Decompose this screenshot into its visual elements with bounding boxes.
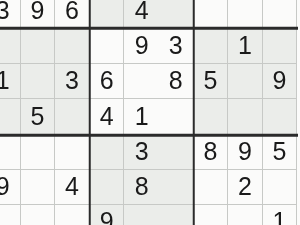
cell-r8c3[interactable]: 4 (55, 170, 90, 205)
cell-r8c6[interactable] (159, 170, 194, 205)
cell-r8c5[interactable]: 8 (124, 170, 159, 205)
cell-r9c4[interactable]: 9 (90, 205, 125, 225)
cell-r4c5[interactable]: 9 (124, 28, 159, 64)
cell-r9c7[interactable] (194, 205, 229, 225)
cell-r5c2[interactable] (21, 64, 56, 100)
cell-r8c4[interactable] (90, 170, 125, 205)
cell-r3c1[interactable]: 3 (0, 0, 21, 28)
cell-r6c1[interactable] (0, 99, 21, 135)
cell-r9c9[interactable]: 1 (263, 205, 298, 225)
cell-r5c1[interactable]: 1 (0, 64, 21, 100)
cell-r8c1[interactable]: 9 (0, 170, 21, 205)
cell-r4c9[interactable] (263, 28, 298, 64)
cell-r6c5[interactable]: 1 (124, 99, 159, 135)
cell-r3c3[interactable]: 6 (55, 0, 90, 28)
cell-r6c4[interactable]: 4 (90, 99, 125, 135)
cell-r7c1[interactable] (0, 135, 21, 170)
cell-r9c8[interactable] (228, 205, 263, 225)
cell-r7c8[interactable]: 9 (228, 135, 263, 170)
sudoku-photo: 39649311368595413895948291 (0, 0, 300, 225)
cell-r5c3[interactable]: 3 (55, 64, 90, 100)
cell-r3c5[interactable]: 4 (124, 0, 159, 28)
cell-r4c6[interactable]: 3 (159, 28, 194, 64)
cell-r5c6[interactable]: 8 (159, 64, 194, 100)
cell-r4c2[interactable] (21, 28, 56, 64)
box-divider-horizontal-1 (0, 27, 298, 30)
cell-r7c9[interactable]: 5 (263, 135, 298, 170)
cell-r3c9[interactable] (263, 0, 298, 28)
cell-r3c6[interactable] (159, 0, 194, 28)
cell-r8c7[interactable] (194, 170, 229, 205)
box-divider-vertical-2 (192, 0, 195, 225)
cell-r7c2[interactable] (21, 135, 56, 170)
cell-r8c9[interactable] (263, 170, 298, 205)
cell-r5c8[interactable] (228, 64, 263, 100)
cell-r9c1[interactable] (0, 205, 21, 225)
cell-r4c3[interactable] (55, 28, 90, 64)
cell-r6c8[interactable] (228, 99, 263, 135)
box-divider-horizontal-2 (0, 134, 298, 137)
box-divider-vertical-1 (89, 0, 92, 225)
cell-r7c7[interactable]: 8 (194, 135, 229, 170)
cell-r9c2[interactable] (21, 205, 56, 225)
cell-r3c4[interactable] (90, 0, 125, 28)
cell-r9c5[interactable] (124, 205, 159, 225)
cell-r5c7[interactable]: 5 (194, 64, 229, 100)
cell-r9c6[interactable] (159, 205, 194, 225)
sudoku-board: 39649311368595413895948291 (0, 0, 298, 225)
cell-r6c2[interactable]: 5 (21, 99, 56, 135)
cell-r4c1[interactable] (0, 28, 21, 64)
cell-r7c5[interactable]: 3 (124, 135, 159, 170)
cell-r3c7[interactable] (194, 0, 229, 28)
cell-r4c7[interactable] (194, 28, 229, 64)
cell-r5c4[interactable]: 6 (90, 64, 125, 100)
cell-r7c3[interactable] (55, 135, 90, 170)
cell-r4c8[interactable]: 1 (228, 28, 263, 64)
cell-r6c3[interactable] (55, 99, 90, 135)
cell-r6c6[interactable] (159, 99, 194, 135)
cell-r3c2[interactable]: 9 (21, 0, 56, 28)
cell-r5c5[interactable] (124, 64, 159, 100)
cell-r6c9[interactable] (263, 99, 298, 135)
cell-r9c3[interactable] (55, 205, 90, 225)
cell-r6c7[interactable] (194, 99, 229, 135)
cell-r8c2[interactable] (21, 170, 56, 205)
cell-r7c6[interactable] (159, 135, 194, 170)
cell-r3c8[interactable] (228, 0, 263, 28)
cell-r8c8[interactable]: 2 (228, 170, 263, 205)
cell-r5c9[interactable]: 9 (263, 64, 298, 100)
cell-r4c4[interactable] (90, 28, 125, 64)
cell-r7c4[interactable] (90, 135, 125, 170)
